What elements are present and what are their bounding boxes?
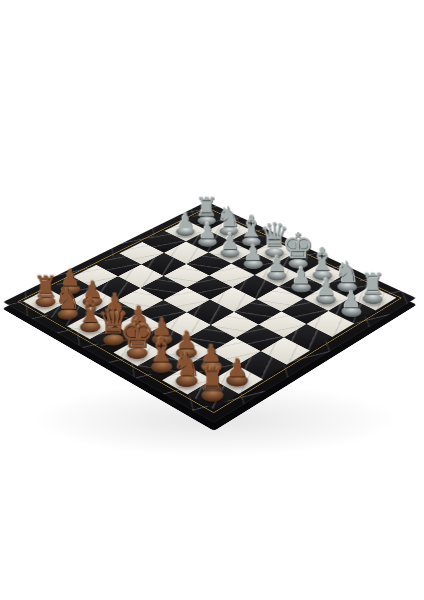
piece-silver-pawn: ♟ [220,231,240,253]
board-grid: ♜♞♝♛♚♝♞♜♟♟♟♟♟♟♟♟♟♟♟♟♟♟♟♟♜♞♝♛♚♝♞♜ [23,210,396,410]
piece-copper-rook: ♜ [198,363,226,395]
piece-silver-pawn: ♟ [290,264,310,287]
piece-silver-rook: ♜ [194,194,218,221]
photo-scene: ♜♞♝♛♚♝♞♜♟♟♟♟♟♟♟♟♟♟♟♟♟♟♟♟♜♞♝♛♚♝♞♜ [0,0,424,600]
piece-silver-pawn: ♟ [197,220,216,242]
piece-silver-pawn: ♟ [266,253,286,275]
piece-silver-knight: ♞ [333,257,360,287]
piece-silver-pawn: ♟ [175,210,194,231]
piece-silver-pawn: ♟ [340,288,361,311]
piece-copper-knight: ♞ [172,348,201,380]
piece-silver-pawn: ♟ [243,242,263,264]
piece-copper-pawn: ♟ [225,355,247,380]
chess-board: ♜♞♝♛♚♝♞♜♟♟♟♟♟♟♟♟♟♟♟♟♟♟♟♟♜♞♝♛♚♝♞♜ [3,201,416,422]
piece-silver-rook: ♜ [359,270,385,299]
piece-silver-bishop: ♝ [308,244,336,275]
piece-silver-pawn: ♟ [315,276,336,299]
product-photo: ♜♞♝♛♚♝♞♜♟♟♟♟♟♟♟♟♟♟♟♟♟♟♟♟♜♞♝♛♚♝♞♜ [0,0,424,600]
